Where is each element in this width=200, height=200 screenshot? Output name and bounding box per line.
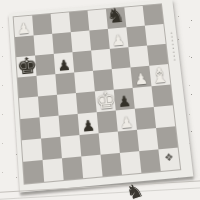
square-r5c8 xyxy=(151,85,172,107)
square-r3c3: ♟ xyxy=(54,52,74,74)
square-r3c1: ♚ xyxy=(16,56,36,78)
square-r4c1 xyxy=(18,76,38,98)
square-r2c6: ♟ xyxy=(108,27,129,49)
square-r4c2 xyxy=(37,74,57,96)
square-r7c1 xyxy=(22,139,43,162)
square-r7c2 xyxy=(41,137,62,160)
square-r1c8 xyxy=(143,4,164,25)
square-r1c7 xyxy=(124,6,145,27)
square-r7c5 xyxy=(99,132,120,155)
square-r8c2 xyxy=(43,158,64,182)
board-maker-stamp: ❖ xyxy=(159,152,179,164)
square-r6c1 xyxy=(20,117,41,140)
square-r7c4 xyxy=(79,133,100,156)
square-r4c6 xyxy=(112,67,133,89)
square-r3c6 xyxy=(110,47,131,69)
square-r7c3 xyxy=(60,135,81,158)
square-r1c3 xyxy=(51,12,71,33)
square-r6c8 xyxy=(154,105,175,128)
square-r3c5 xyxy=(91,49,112,71)
square-r2c4 xyxy=(71,31,91,53)
square-r3c7 xyxy=(128,46,149,68)
square-r5c5: ♚ xyxy=(95,90,116,113)
square-r8c8: ❖ xyxy=(158,148,180,171)
square-r1c5 xyxy=(88,9,108,30)
square-r3c8 xyxy=(147,44,168,66)
square-r2c5 xyxy=(89,29,109,51)
square-r8c3 xyxy=(62,156,83,180)
square-r8c5 xyxy=(101,153,122,176)
square-r8c1 xyxy=(23,160,44,184)
square-r4c7: ♟ xyxy=(131,66,152,88)
square-r5c6: ♟ xyxy=(114,88,135,111)
square-r7c6 xyxy=(118,130,139,153)
square-r6c3 xyxy=(59,114,80,137)
square-r8c7 xyxy=(139,149,161,172)
square-r4c4 xyxy=(74,71,95,93)
square-r5c4 xyxy=(76,91,97,114)
square-r7c8 xyxy=(156,126,178,149)
square-r1c6: ♞ xyxy=(106,8,126,29)
chess-board: ♟♞♟♚♟♟♝♚♟♟♟❖ xyxy=(13,3,182,184)
square-r2c3 xyxy=(52,32,72,54)
square-r6c7 xyxy=(135,107,156,130)
square-r4c8: ♝ xyxy=(149,64,170,86)
square-r8c4 xyxy=(81,155,102,179)
square-r2c2 xyxy=(34,34,54,56)
square-r5c7 xyxy=(133,86,154,108)
board-edge-brand-text: ∙∙∙∙∙∙∙∙ xyxy=(169,32,178,63)
board-frame: ♟♞♟♚♟♟♝♚♟♟♟❖ ∙∙∙∙∙∙∙∙ xyxy=(9,0,194,192)
square-r8c6 xyxy=(120,151,142,174)
square-r5c3 xyxy=(57,93,78,116)
piece-black-king: ♚ xyxy=(16,55,36,79)
square-r2c1 xyxy=(15,35,35,57)
piece-black-knight: ♞ xyxy=(106,6,126,27)
square-r2c8 xyxy=(145,24,166,46)
board-tilt-wrapper: ♟♞♟♚♟♟♝♚♟♟♟❖ ∙∙∙∙∙∙∙∙ xyxy=(9,0,194,192)
square-r6c5 xyxy=(97,110,118,133)
square-r6c4: ♟ xyxy=(78,112,99,135)
square-r4c5 xyxy=(93,69,114,91)
square-r5c1 xyxy=(19,96,39,119)
square-r6c6: ♟ xyxy=(116,109,137,132)
square-r7c7 xyxy=(137,128,158,151)
square-r1c1: ♟ xyxy=(14,16,34,37)
square-r2c7 xyxy=(126,26,147,48)
square-r4c3 xyxy=(55,72,76,94)
square-r1c4 xyxy=(69,11,89,32)
square-r3c4 xyxy=(72,51,93,73)
square-r5c2 xyxy=(38,95,59,118)
square-r6c2 xyxy=(40,116,61,139)
chess-board-photo: ♟♞♟♚♟♟♝♚♟♟♟❖ ∙∙∙∙∙∙∙∙ ♞ xyxy=(0,0,200,200)
square-r3c2 xyxy=(35,54,55,76)
piece-white-king: ♚ xyxy=(95,89,116,114)
square-r1c2 xyxy=(32,14,52,35)
